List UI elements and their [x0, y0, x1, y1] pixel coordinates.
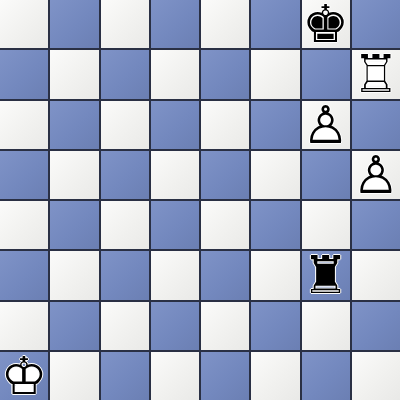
piece-white-rook-h7[interactable]: ♜♖	[352, 50, 400, 98]
square-h1[interactable]	[352, 352, 400, 400]
piece-white-pawn-g6[interactable]: ♟♙	[302, 101, 350, 149]
piece-white-pawn-h5[interactable]: ♟♙	[352, 151, 400, 199]
piece-white-king-a1[interactable]: ♚♔	[0, 352, 48, 400]
square-g7[interactable]	[302, 50, 350, 98]
square-c7[interactable]	[101, 50, 149, 98]
pawn-glyph-outline: ♙	[352, 151, 400, 199]
rook-glyph-fill: ♜	[302, 251, 350, 299]
square-e8[interactable]	[201, 0, 249, 48]
square-h5[interactable]: ♟♙	[352, 151, 400, 199]
chess-board: ♚♜♖♟♙♟♙♜♚♔	[0, 0, 400, 400]
square-f1[interactable]	[251, 352, 299, 400]
square-b7[interactable]	[50, 50, 98, 98]
square-g3[interactable]: ♜	[302, 251, 350, 299]
king-glyph-outline: ♔	[0, 352, 48, 400]
square-d5[interactable]	[151, 151, 199, 199]
square-f4[interactable]	[251, 201, 299, 249]
rook-glyph-outline: ♖	[352, 50, 400, 98]
square-h6[interactable]	[352, 101, 400, 149]
square-c3[interactable]	[101, 251, 149, 299]
square-g2[interactable]	[302, 302, 350, 350]
square-b5[interactable]	[50, 151, 98, 199]
square-g5[interactable]	[302, 151, 350, 199]
square-f2[interactable]	[251, 302, 299, 350]
square-e1[interactable]	[201, 352, 249, 400]
square-g1[interactable]	[302, 352, 350, 400]
square-e2[interactable]	[201, 302, 249, 350]
square-b4[interactable]	[50, 201, 98, 249]
square-e3[interactable]	[201, 251, 249, 299]
square-h4[interactable]	[352, 201, 400, 249]
square-a7[interactable]	[0, 50, 48, 98]
square-e5[interactable]	[201, 151, 249, 199]
square-c5[interactable]	[101, 151, 149, 199]
square-g6[interactable]: ♟♙	[302, 101, 350, 149]
square-a5[interactable]	[0, 151, 48, 199]
piece-black-king-g8[interactable]: ♚	[302, 0, 350, 48]
piece-black-rook-g3[interactable]: ♜	[302, 251, 350, 299]
square-a8[interactable]	[0, 0, 48, 48]
square-h2[interactable]	[352, 302, 400, 350]
square-b1[interactable]	[50, 352, 98, 400]
square-c4[interactable]	[101, 201, 149, 249]
square-a3[interactable]	[0, 251, 48, 299]
square-d8[interactable]	[151, 0, 199, 48]
square-c6[interactable]	[101, 101, 149, 149]
square-f5[interactable]	[251, 151, 299, 199]
square-g4[interactable]	[302, 201, 350, 249]
square-f8[interactable]	[251, 0, 299, 48]
square-a6[interactable]	[0, 101, 48, 149]
square-f3[interactable]	[251, 251, 299, 299]
square-b3[interactable]	[50, 251, 98, 299]
square-f7[interactable]	[251, 50, 299, 98]
square-c2[interactable]	[101, 302, 149, 350]
square-d7[interactable]	[151, 50, 199, 98]
square-h3[interactable]	[352, 251, 400, 299]
pawn-glyph-outline: ♙	[302, 101, 350, 149]
square-c8[interactable]	[101, 0, 149, 48]
square-e6[interactable]	[201, 101, 249, 149]
square-a4[interactable]	[0, 201, 48, 249]
square-b6[interactable]	[50, 101, 98, 149]
square-e4[interactable]	[201, 201, 249, 249]
square-d3[interactable]	[151, 251, 199, 299]
square-h8[interactable]	[352, 0, 400, 48]
square-b8[interactable]	[50, 0, 98, 48]
square-d4[interactable]	[151, 201, 199, 249]
square-d2[interactable]	[151, 302, 199, 350]
square-e7[interactable]	[201, 50, 249, 98]
square-d6[interactable]	[151, 101, 199, 149]
square-g8[interactable]: ♚	[302, 0, 350, 48]
square-d1[interactable]	[151, 352, 199, 400]
square-h7[interactable]: ♜♖	[352, 50, 400, 98]
king-glyph-fill: ♚	[302, 0, 350, 48]
square-c1[interactable]	[101, 352, 149, 400]
square-a1[interactable]: ♚♔	[0, 352, 48, 400]
square-f6[interactable]	[251, 101, 299, 149]
square-a2[interactable]	[0, 302, 48, 350]
square-b2[interactable]	[50, 302, 98, 350]
